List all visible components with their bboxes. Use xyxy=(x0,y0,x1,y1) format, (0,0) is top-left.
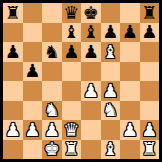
square-h6[interactable] xyxy=(140,42,160,62)
square-b5[interactable]: ♟ xyxy=(23,62,43,82)
piece-black-pawn[interactable]: ♟ xyxy=(102,23,118,41)
square-c2[interactable]: ♟ xyxy=(42,120,62,140)
piece-white-pawn[interactable]: ♟ xyxy=(83,82,99,100)
square-d2[interactable]: ♛ xyxy=(62,120,82,140)
square-e5[interactable] xyxy=(81,62,101,82)
square-f5[interactable] xyxy=(101,62,121,82)
square-b1[interactable] xyxy=(23,140,43,160)
piece-black-pawn[interactable]: ♟ xyxy=(24,62,40,80)
piece-black-pawn[interactable]: ♟ xyxy=(141,23,157,41)
square-a4[interactable] xyxy=(3,81,23,101)
square-a6[interactable]: ♟ xyxy=(3,42,23,62)
piece-black-bishop[interactable]: ♝ xyxy=(63,23,79,41)
piece-black-pawn[interactable]: ♟ xyxy=(83,43,99,61)
square-g5[interactable] xyxy=(120,62,140,82)
chess-board: ♜♛♚♜♝♝♟♟♟♟♞♟♟♝♟♟♟♞♞♟♟♟♛♟♟♚♜♝♜ xyxy=(0,0,162,162)
square-c4[interactable] xyxy=(42,81,62,101)
square-a5[interactable] xyxy=(3,62,23,82)
square-d8[interactable]: ♛ xyxy=(62,3,82,23)
piece-white-bishop[interactable]: ♝ xyxy=(102,140,118,158)
piece-black-pawn[interactable]: ♟ xyxy=(63,43,79,61)
square-d1[interactable]: ♜ xyxy=(62,140,82,160)
square-f8[interactable] xyxy=(101,3,121,23)
square-a8[interactable]: ♜ xyxy=(3,3,23,23)
square-f6[interactable]: ♝ xyxy=(101,42,121,62)
piece-white-pawn[interactable]: ♟ xyxy=(24,121,40,139)
piece-black-queen[interactable]: ♛ xyxy=(63,4,79,22)
square-g2[interactable]: ♟ xyxy=(120,120,140,140)
piece-black-pawn[interactable]: ♟ xyxy=(122,23,138,41)
square-g1[interactable] xyxy=(120,140,140,160)
piece-white-pawn[interactable]: ♟ xyxy=(141,121,157,139)
piece-black-rook[interactable]: ♜ xyxy=(5,4,21,22)
piece-white-pawn[interactable]: ♟ xyxy=(102,82,118,100)
square-a7[interactable] xyxy=(3,23,23,43)
square-h7[interactable]: ♟ xyxy=(140,23,160,43)
piece-white-pawn[interactable]: ♟ xyxy=(44,121,60,139)
square-a1[interactable] xyxy=(3,140,23,160)
square-e4[interactable]: ♟ xyxy=(81,81,101,101)
square-d4[interactable] xyxy=(62,81,82,101)
square-h8[interactable]: ♜ xyxy=(140,3,160,23)
piece-white-knight[interactable]: ♞ xyxy=(44,101,60,119)
square-b7[interactable] xyxy=(23,23,43,43)
square-h2[interactable]: ♟ xyxy=(140,120,160,140)
square-h3[interactable] xyxy=(140,101,160,121)
square-d3[interactable] xyxy=(62,101,82,121)
square-e7[interactable]: ♝ xyxy=(81,23,101,43)
square-g4[interactable] xyxy=(120,81,140,101)
piece-white-knight[interactable]: ♞ xyxy=(102,101,118,119)
square-f1[interactable]: ♝ xyxy=(101,140,121,160)
square-d7[interactable]: ♝ xyxy=(62,23,82,43)
square-e2[interactable] xyxy=(81,120,101,140)
square-c8[interactable] xyxy=(42,3,62,23)
square-c3[interactable]: ♞ xyxy=(42,101,62,121)
square-b4[interactable] xyxy=(23,81,43,101)
square-f4[interactable]: ♟ xyxy=(101,81,121,101)
square-f2[interactable] xyxy=(101,120,121,140)
square-c1[interactable]: ♚ xyxy=(42,140,62,160)
square-g7[interactable]: ♟ xyxy=(120,23,140,43)
square-c7[interactable] xyxy=(42,23,62,43)
square-h1[interactable]: ♜ xyxy=(140,140,160,160)
square-a3[interactable] xyxy=(3,101,23,121)
piece-white-queen[interactable]: ♛ xyxy=(63,121,79,139)
piece-black-rook[interactable]: ♜ xyxy=(141,4,157,22)
square-e8[interactable]: ♚ xyxy=(81,3,101,23)
square-e1[interactable] xyxy=(81,140,101,160)
square-d6[interactable]: ♟ xyxy=(62,42,82,62)
piece-black-king[interactable]: ♚ xyxy=(83,4,99,22)
square-g3[interactable] xyxy=(120,101,140,121)
square-b2[interactable]: ♟ xyxy=(23,120,43,140)
square-b8[interactable] xyxy=(23,3,43,23)
piece-black-knight[interactable]: ♞ xyxy=(44,43,60,61)
square-g6[interactable] xyxy=(120,42,140,62)
piece-black-bishop[interactable]: ♝ xyxy=(83,23,99,41)
square-f3[interactable]: ♞ xyxy=(101,101,121,121)
square-g8[interactable] xyxy=(120,3,140,23)
square-a2[interactable]: ♟ xyxy=(3,120,23,140)
piece-white-bishop[interactable]: ♝ xyxy=(102,43,118,61)
piece-white-pawn[interactable]: ♟ xyxy=(5,121,21,139)
square-c5[interactable] xyxy=(42,62,62,82)
square-e6[interactable]: ♟ xyxy=(81,42,101,62)
piece-white-rook[interactable]: ♜ xyxy=(63,140,79,158)
piece-white-pawn[interactable]: ♟ xyxy=(122,121,138,139)
piece-black-pawn[interactable]: ♟ xyxy=(5,43,21,61)
piece-white-king[interactable]: ♚ xyxy=(44,140,60,158)
square-d5[interactable] xyxy=(62,62,82,82)
square-h5[interactable] xyxy=(140,62,160,82)
piece-white-rook[interactable]: ♜ xyxy=(141,140,157,158)
square-f7[interactable]: ♟ xyxy=(101,23,121,43)
square-b6[interactable] xyxy=(23,42,43,62)
square-c6[interactable]: ♞ xyxy=(42,42,62,62)
square-b3[interactable] xyxy=(23,101,43,121)
square-h4[interactable] xyxy=(140,81,160,101)
square-e3[interactable] xyxy=(81,101,101,121)
